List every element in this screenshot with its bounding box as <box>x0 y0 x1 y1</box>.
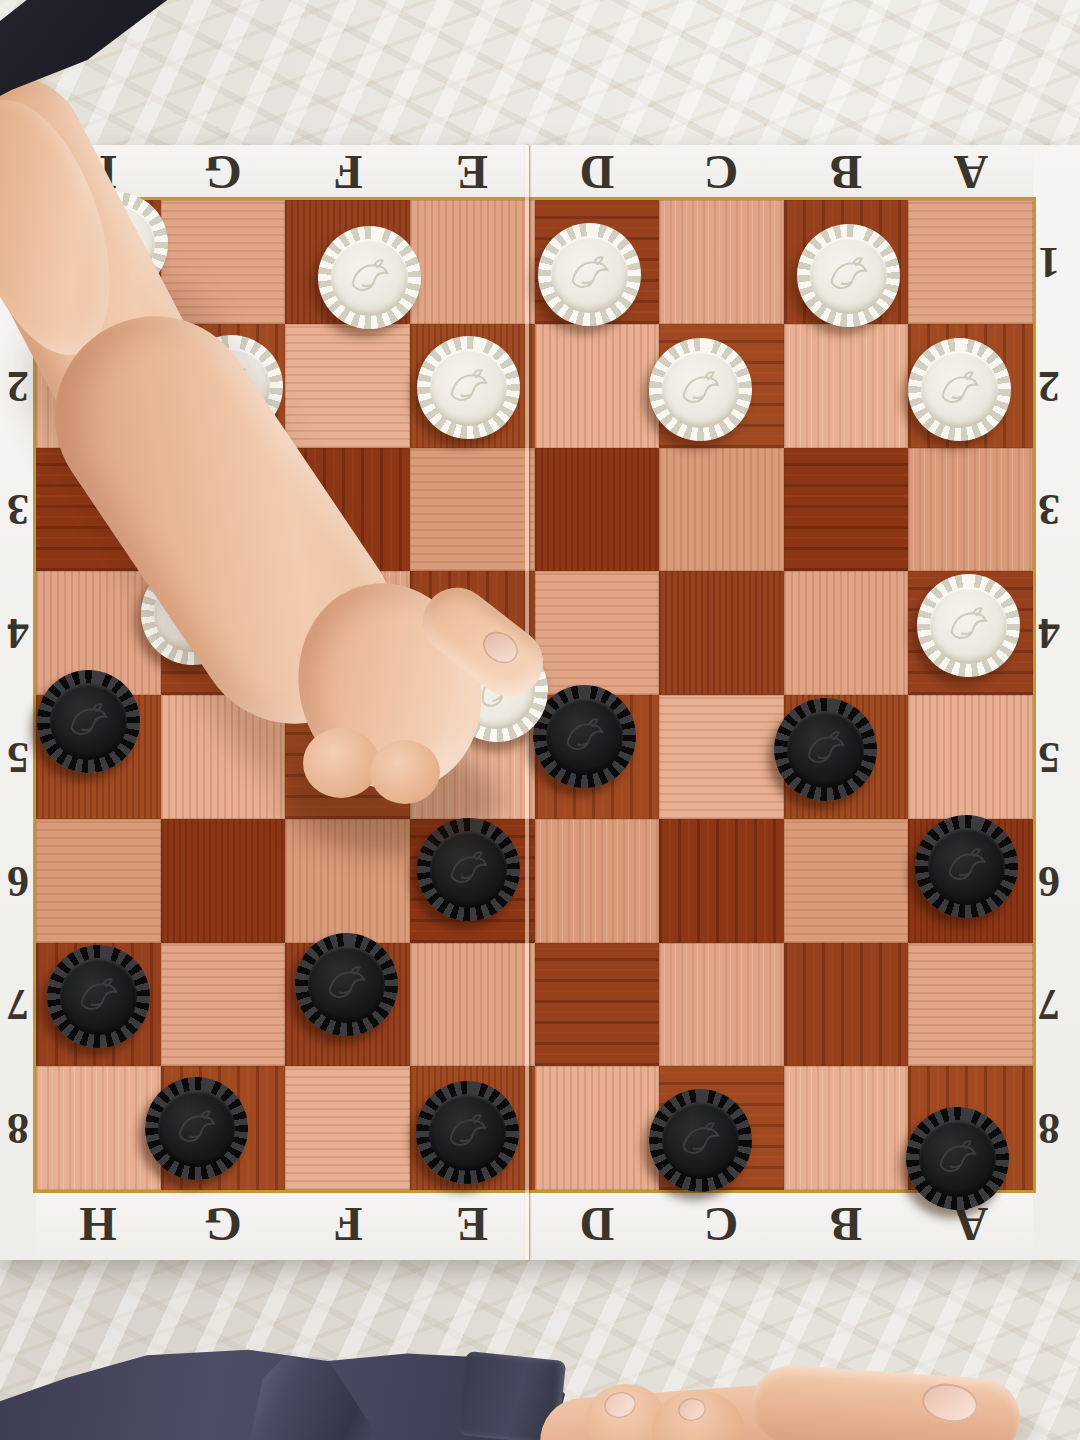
bottom-letter-strip <box>0 1190 1080 1260</box>
column-label-e: E <box>456 1197 488 1252</box>
row-label-7: 7 <box>1038 979 1060 1030</box>
square-e7[interactable] <box>410 943 535 1067</box>
row-label-5: 5 <box>1038 731 1060 782</box>
square-a7[interactable] <box>908 943 1033 1067</box>
row-label-4: 4 <box>7 608 29 659</box>
square-g7[interactable] <box>161 943 286 1067</box>
rooster-engraving <box>662 1102 739 1179</box>
row-label-4: 4 <box>1038 608 1060 659</box>
square-d3[interactable] <box>535 448 660 572</box>
square-d2[interactable] <box>535 324 660 448</box>
square-b8[interactable] <box>784 1066 909 1190</box>
rooster-engraving <box>810 237 887 314</box>
square-b3[interactable] <box>784 448 909 572</box>
checker-black-f7[interactable] <box>295 933 398 1036</box>
square-a1[interactable] <box>908 200 1033 324</box>
checker-face <box>430 349 507 426</box>
rooster-engraving <box>930 587 1007 664</box>
row-label-5: 5 <box>7 731 29 782</box>
row-label-7: 7 <box>7 979 29 1030</box>
rooster-engraving <box>308 946 385 1023</box>
row-label-2: 2 <box>1038 360 1060 411</box>
square-b2[interactable] <box>784 324 909 448</box>
checker-face <box>930 587 1007 664</box>
rooster-engraving <box>331 239 408 316</box>
square-h8[interactable] <box>36 1066 161 1190</box>
column-label-g: G <box>204 1197 241 1252</box>
checker-white-f1[interactable] <box>318 226 421 329</box>
rooster-engraving <box>928 828 1005 905</box>
checker-black-h7[interactable] <box>47 945 150 1048</box>
rooster-engraving <box>430 349 507 426</box>
rooster-engraving <box>50 683 127 760</box>
square-a3[interactable] <box>908 448 1033 572</box>
checker-white-c2[interactable] <box>649 338 752 441</box>
checker-face <box>928 828 1005 905</box>
square-d4[interactable] <box>535 571 660 695</box>
checker-black-e8[interactable] <box>416 1081 519 1184</box>
checker-face <box>429 1094 506 1171</box>
rooster-engraving <box>787 711 864 788</box>
row-label-8: 8 <box>1038 1103 1060 1154</box>
checker-face <box>662 351 739 428</box>
column-label-d: D <box>579 1197 614 1252</box>
rooster-engraving <box>546 698 623 775</box>
square-d7[interactable] <box>535 943 660 1067</box>
rooster-engraving <box>158 1090 235 1167</box>
column-label-b: B <box>830 145 862 200</box>
row-label-2: 2 <box>7 360 29 411</box>
checker-black-h5[interactable] <box>37 670 140 773</box>
square-c1[interactable] <box>659 200 784 324</box>
checker-face <box>50 683 127 760</box>
row-label-1: 1 <box>1038 236 1060 287</box>
column-label-d: D <box>579 145 614 200</box>
checker-black-g8[interactable] <box>145 1077 248 1180</box>
checker-face <box>919 1120 996 1197</box>
resting-thumb <box>750 1363 1023 1440</box>
column-label-f: F <box>333 1197 362 1252</box>
checker-face <box>921 351 998 428</box>
square-h6[interactable] <box>36 819 161 943</box>
square-e1[interactable] <box>410 200 535 324</box>
checker-face <box>551 236 628 313</box>
square-d6[interactable] <box>535 819 660 943</box>
checker-white-e2[interactable] <box>417 336 520 439</box>
checker-white-a2[interactable] <box>908 338 1011 441</box>
column-label-e: E <box>456 145 488 200</box>
square-a5[interactable] <box>908 695 1033 819</box>
checker-black-a8[interactable] <box>906 1107 1009 1210</box>
knuckle <box>303 728 379 798</box>
square-b6[interactable] <box>784 819 909 943</box>
square-c7[interactable] <box>659 943 784 1067</box>
knuckle <box>370 740 440 804</box>
rooster-engraving <box>60 958 137 1035</box>
right-number-strip <box>1033 145 1080 1260</box>
square-f8[interactable] <box>285 1066 410 1190</box>
square-c3[interactable] <box>659 448 784 572</box>
rooster-engraving <box>662 351 739 428</box>
row-label-6: 6 <box>1038 855 1060 906</box>
checker-white-b1[interactable] <box>797 224 900 327</box>
checker-face <box>158 1090 235 1167</box>
checker-black-c8[interactable] <box>649 1089 752 1192</box>
square-b7[interactable] <box>784 943 909 1067</box>
row-label-6: 6 <box>7 855 29 906</box>
rooster-engraving <box>921 351 998 428</box>
row-label-3: 3 <box>1038 484 1060 535</box>
rooster-engraving <box>919 1120 996 1197</box>
square-d8[interactable] <box>535 1066 660 1190</box>
top-letter-strip <box>0 145 1080 200</box>
rooster-engraving <box>551 236 628 313</box>
checker-black-a6[interactable] <box>915 815 1018 918</box>
checker-face <box>546 698 623 775</box>
square-c6[interactable] <box>659 819 784 943</box>
column-label-h: H <box>80 1197 117 1252</box>
square-c4[interactable] <box>659 571 784 695</box>
square-e3[interactable] <box>410 448 535 572</box>
column-label-f: F <box>333 145 362 200</box>
column-label-g: G <box>204 145 241 200</box>
column-label-c: C <box>704 145 739 200</box>
checker-face <box>60 958 137 1035</box>
rooster-engraving <box>429 1094 506 1171</box>
column-label-b: B <box>830 1197 862 1252</box>
checker-white-d1[interactable] <box>538 223 641 326</box>
column-label-a: A <box>953 145 988 200</box>
row-label-8: 8 <box>7 1103 29 1154</box>
checker-black-d5[interactable] <box>533 685 636 788</box>
checker-face <box>331 239 408 316</box>
square-g6[interactable] <box>161 819 286 943</box>
square-f2[interactable] <box>285 324 410 448</box>
checker-black-b5[interactable] <box>774 698 877 801</box>
photo-scene: HHGGFFEEDDCCBBAA1122334455667788 <box>0 0 1080 1440</box>
square-c5[interactable] <box>659 695 784 819</box>
column-label-c: C <box>704 1197 739 1252</box>
checker-face <box>308 946 385 1023</box>
checker-white-a4[interactable] <box>917 574 1020 677</box>
checker-face <box>662 1102 739 1179</box>
row-label-3: 3 <box>7 484 29 535</box>
checker-face <box>810 237 887 314</box>
square-b4[interactable] <box>784 571 909 695</box>
checker-face <box>787 711 864 788</box>
